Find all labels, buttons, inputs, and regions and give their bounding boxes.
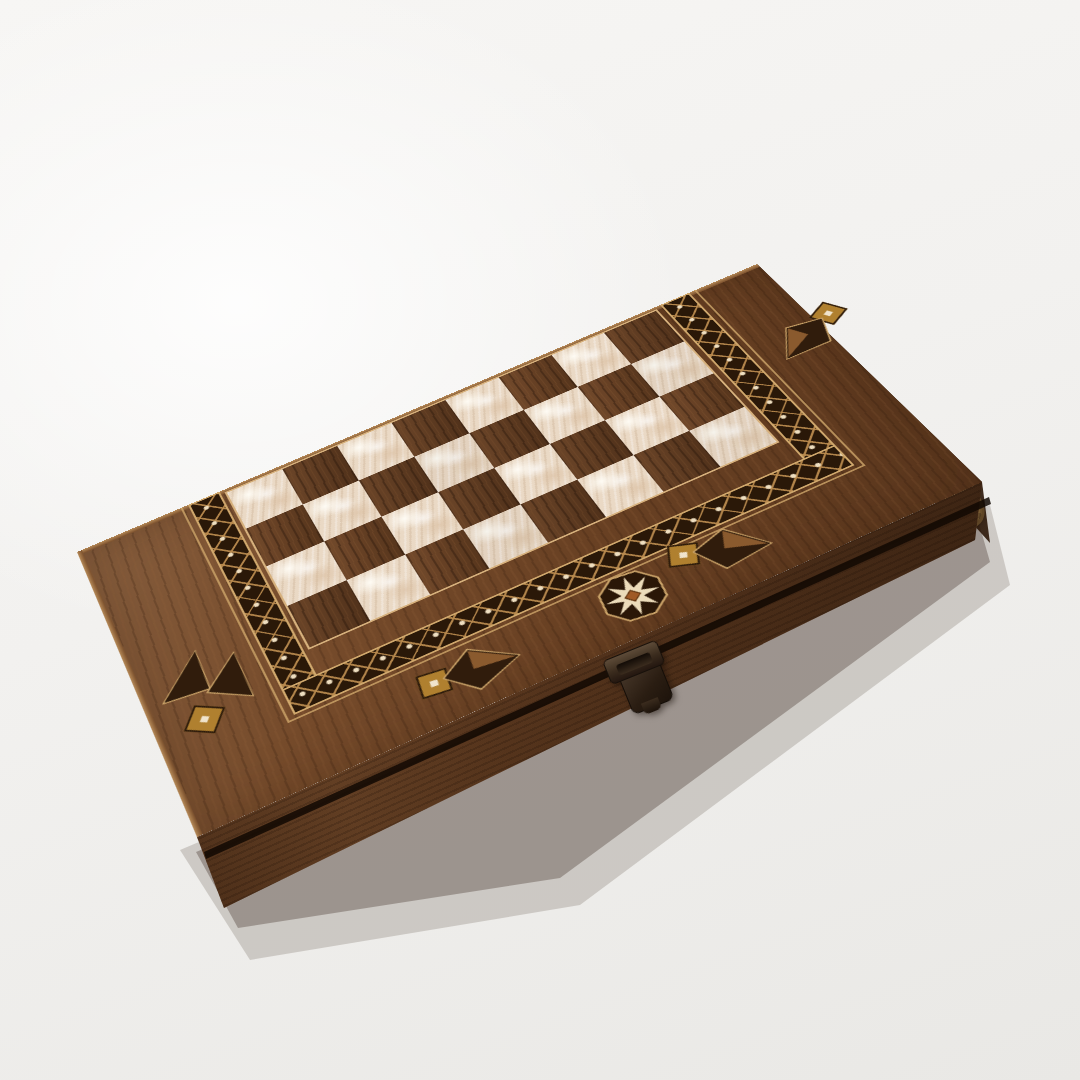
fan-triangle-icon: [204, 649, 262, 705]
kite-square-icon: [415, 667, 453, 699]
corner-fan-inlay: [145, 643, 267, 754]
kite-icon: [690, 523, 776, 573]
fan-triangle-icon: [162, 648, 219, 705]
kite-square-icon: [667, 542, 701, 568]
scene: [0, 0, 1080, 1080]
fan-square-icon: [184, 705, 226, 733]
